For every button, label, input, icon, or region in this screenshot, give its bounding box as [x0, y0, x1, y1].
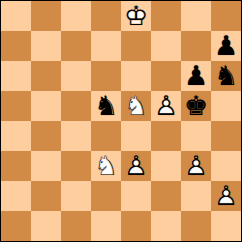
black-knight-icon: ♞ [211, 61, 241, 91]
square-c2[interactable] [61, 181, 91, 211]
square-g7[interactable] [181, 31, 211, 61]
square-e6[interactable] [121, 61, 151, 91]
black-king-icon: ♚ [181, 91, 211, 121]
square-e4[interactable] [121, 121, 151, 151]
square-d6[interactable] [91, 61, 121, 91]
square-h5[interactable] [211, 91, 241, 121]
white-king-icon: ♔ [121, 1, 151, 31]
white-pawn-icon: ♙ [181, 151, 211, 181]
square-b3[interactable] [31, 151, 61, 181]
square-e7[interactable] [121, 31, 151, 61]
square-f5[interactable]: ♟♙ [151, 91, 181, 121]
square-d8[interactable] [91, 1, 121, 31]
square-f8[interactable] [151, 1, 181, 31]
square-g1[interactable] [181, 211, 211, 241]
chess-board: ♚♔♟♟♞♞♞♘♟♙♚♞♘♟♙♟♙♟♙ [0, 0, 242, 242]
square-g8[interactable] [181, 1, 211, 31]
square-c4[interactable] [61, 121, 91, 151]
square-h8[interactable] [211, 1, 241, 31]
piece-white-pawn-f5[interactable]: ♟♙ [151, 91, 181, 121]
chess-board-container: ♚♔♟♟♞♞♞♘♟♙♚♞♘♟♙♟♙♟♙ [0, 0, 242, 242]
square-b6[interactable] [31, 61, 61, 91]
square-h1[interactable] [211, 211, 241, 241]
square-f1[interactable] [151, 211, 181, 241]
square-b4[interactable] [31, 121, 61, 151]
white-pawn-icon: ♙ [151, 91, 181, 121]
square-e3[interactable]: ♟♙ [121, 151, 151, 181]
black-knight-icon: ♞ [91, 91, 121, 121]
square-a6[interactable] [1, 61, 31, 91]
square-b8[interactable] [31, 1, 61, 31]
piece-white-pawn-g3[interactable]: ♟♙ [181, 151, 211, 181]
square-d4[interactable] [91, 121, 121, 151]
piece-black-pawn-g6[interactable]: ♟ [181, 61, 211, 91]
black-pawn-icon: ♟ [211, 31, 241, 61]
piece-black-king-g5[interactable]: ♚ [181, 91, 211, 121]
square-a7[interactable] [1, 31, 31, 61]
piece-black-pawn-h7[interactable]: ♟ [211, 31, 241, 61]
square-h7[interactable]: ♟ [211, 31, 241, 61]
square-g3[interactable]: ♟♙ [181, 151, 211, 181]
square-e8[interactable]: ♚♔ [121, 1, 151, 31]
square-d5[interactable]: ♞ [91, 91, 121, 121]
white-knight-icon: ♘ [91, 151, 121, 181]
square-g4[interactable] [181, 121, 211, 151]
square-f7[interactable] [151, 31, 181, 61]
square-h4[interactable] [211, 121, 241, 151]
square-d3[interactable]: ♞♘ [91, 151, 121, 181]
piece-black-knight-d5[interactable]: ♞ [91, 91, 121, 121]
square-f4[interactable] [151, 121, 181, 151]
square-b7[interactable] [31, 31, 61, 61]
square-d7[interactable] [91, 31, 121, 61]
square-c7[interactable] [61, 31, 91, 61]
square-d1[interactable] [91, 211, 121, 241]
piece-white-knight-d3[interactable]: ♞♘ [91, 151, 121, 181]
square-g6[interactable]: ♟ [181, 61, 211, 91]
square-a5[interactable] [1, 91, 31, 121]
square-a8[interactable] [1, 1, 31, 31]
square-g2[interactable] [181, 181, 211, 211]
square-h2[interactable]: ♟♙ [211, 181, 241, 211]
square-e2[interactable] [121, 181, 151, 211]
piece-white-knight-e5[interactable]: ♞♘ [121, 91, 151, 121]
white-knight-icon: ♘ [121, 91, 151, 121]
square-b5[interactable] [31, 91, 61, 121]
piece-white-pawn-h2[interactable]: ♟♙ [211, 181, 241, 211]
square-a2[interactable] [1, 181, 31, 211]
square-c3[interactable] [61, 151, 91, 181]
square-f3[interactable] [151, 151, 181, 181]
piece-white-pawn-e3[interactable]: ♟♙ [121, 151, 151, 181]
square-c6[interactable] [61, 61, 91, 91]
piece-black-knight-h6[interactable]: ♞ [211, 61, 241, 91]
square-b1[interactable] [31, 211, 61, 241]
white-pawn-icon: ♙ [211, 181, 241, 211]
square-e1[interactable] [121, 211, 151, 241]
square-a1[interactable] [1, 211, 31, 241]
square-c8[interactable] [61, 1, 91, 31]
square-f2[interactable] [151, 181, 181, 211]
square-g5[interactable]: ♚ [181, 91, 211, 121]
square-h6[interactable]: ♞ [211, 61, 241, 91]
square-b2[interactable] [31, 181, 61, 211]
square-a4[interactable] [1, 121, 31, 151]
square-a3[interactable] [1, 151, 31, 181]
square-d2[interactable] [91, 181, 121, 211]
square-h3[interactable] [211, 151, 241, 181]
white-pawn-icon: ♙ [121, 151, 151, 181]
piece-white-king-e8[interactable]: ♚♔ [121, 1, 151, 31]
square-e5[interactable]: ♞♘ [121, 91, 151, 121]
black-pawn-icon: ♟ [181, 61, 211, 91]
square-c5[interactable] [61, 91, 91, 121]
square-c1[interactable] [61, 211, 91, 241]
square-f6[interactable] [151, 61, 181, 91]
